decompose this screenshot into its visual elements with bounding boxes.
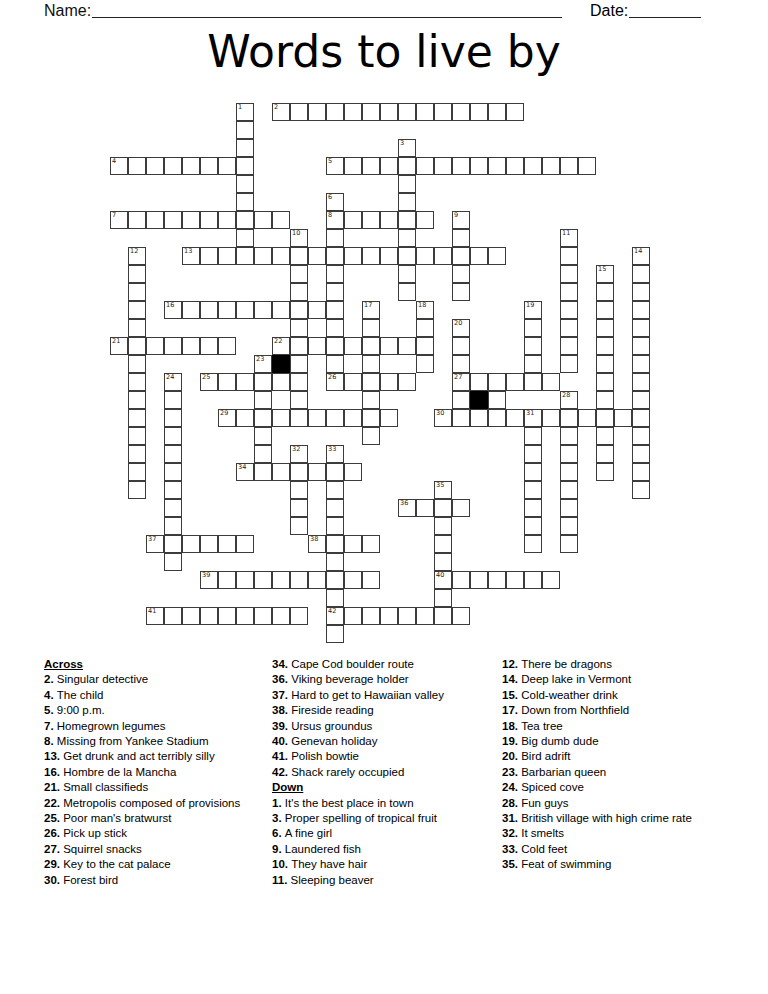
grid-cell[interactable] — [326, 265, 344, 283]
grid-cell[interactable] — [560, 337, 578, 355]
grid-cell[interactable] — [272, 301, 290, 319]
grid-cell[interactable] — [218, 373, 236, 391]
grid-cell[interactable] — [380, 157, 398, 175]
grid-cell[interactable] — [506, 571, 524, 589]
grid-cell[interactable] — [632, 463, 650, 481]
grid-cell[interactable] — [128, 481, 146, 499]
grid-cell[interactable] — [632, 427, 650, 445]
grid-cell[interactable]: 24 — [164, 373, 182, 391]
grid-cell[interactable] — [236, 139, 254, 157]
grid-cell[interactable] — [182, 157, 200, 175]
grid-cell[interactable] — [524, 319, 542, 337]
grid-cell[interactable]: 2 — [272, 103, 290, 121]
grid-cell[interactable] — [380, 409, 398, 427]
grid-cell[interactable]: 6 — [326, 193, 344, 211]
grid-cell[interactable]: 22 — [272, 337, 290, 355]
grid-cell[interactable] — [470, 247, 488, 265]
grid-cell[interactable] — [488, 247, 506, 265]
grid-cell[interactable] — [326, 409, 344, 427]
grid-cell[interactable] — [596, 319, 614, 337]
grid-cell[interactable] — [398, 265, 416, 283]
grid-cell[interactable] — [362, 391, 380, 409]
grid-cell[interactable] — [218, 301, 236, 319]
grid-cell[interactable] — [506, 373, 524, 391]
grid-cell[interactable] — [362, 211, 380, 229]
grid-cell[interactable] — [326, 535, 344, 553]
grid-cell[interactable] — [182, 301, 200, 319]
grid-cell[interactable]: 41 — [146, 607, 164, 625]
grid-cell[interactable] — [146, 337, 164, 355]
grid-cell[interactable] — [524, 355, 542, 373]
grid-cell[interactable] — [128, 409, 146, 427]
grid-cell[interactable] — [488, 157, 506, 175]
grid-cell[interactable] — [290, 517, 308, 535]
grid-cell[interactable] — [560, 481, 578, 499]
grid-cell[interactable] — [290, 337, 308, 355]
grid-cell[interactable] — [326, 625, 344, 643]
grid-cell[interactable] — [560, 427, 578, 445]
grid-cell[interactable] — [452, 337, 470, 355]
grid-cell[interactable] — [416, 499, 434, 517]
grid-cell[interactable] — [542, 409, 560, 427]
grid-cell[interactable] — [236, 229, 254, 247]
grid-cell[interactable] — [326, 103, 344, 121]
grid-cell[interactable] — [524, 499, 542, 517]
grid-cell[interactable] — [308, 247, 326, 265]
grid-cell[interactable] — [290, 265, 308, 283]
grid-cell[interactable] — [290, 607, 308, 625]
grid-cell[interactable] — [596, 337, 614, 355]
grid-cell[interactable] — [326, 553, 344, 571]
grid-cell[interactable] — [146, 211, 164, 229]
grid-cell[interactable] — [488, 391, 506, 409]
grid-cell[interactable] — [560, 283, 578, 301]
grid-cell[interactable] — [452, 355, 470, 373]
grid-cell[interactable] — [344, 211, 362, 229]
grid-cell[interactable] — [128, 391, 146, 409]
grid-cell[interactable] — [524, 157, 542, 175]
grid-cell[interactable] — [452, 499, 470, 517]
grid-cell[interactable] — [524, 427, 542, 445]
grid-cell[interactable] — [218, 247, 236, 265]
grid-cell[interactable] — [164, 553, 182, 571]
grid-cell[interactable] — [524, 517, 542, 535]
grid-cell[interactable] — [290, 499, 308, 517]
grid-cell[interactable] — [218, 535, 236, 553]
grid-cell[interactable] — [614, 409, 632, 427]
grid-cell[interactable] — [128, 211, 146, 229]
grid-cell[interactable] — [452, 283, 470, 301]
grid-cell[interactable] — [218, 211, 236, 229]
grid-cell[interactable]: 37 — [146, 535, 164, 553]
grid-cell[interactable] — [326, 589, 344, 607]
grid-cell[interactable] — [236, 211, 254, 229]
grid-cell[interactable] — [596, 373, 614, 391]
grid-cell[interactable]: 25 — [200, 373, 218, 391]
grid-cell[interactable] — [524, 481, 542, 499]
grid-cell[interactable] — [128, 427, 146, 445]
date-blank-line[interactable] — [629, 16, 701, 18]
crossword-grid[interactable]: 1234567891011121314151617181920212223242… — [110, 103, 650, 643]
grid-cell[interactable] — [164, 157, 182, 175]
grid-cell[interactable] — [182, 337, 200, 355]
grid-cell[interactable] — [200, 211, 218, 229]
grid-cell[interactable]: 18 — [416, 301, 434, 319]
grid-cell[interactable] — [560, 535, 578, 553]
grid-cell[interactable] — [596, 409, 614, 427]
grid-cell[interactable] — [308, 301, 326, 319]
grid-cell[interactable] — [164, 481, 182, 499]
grid-cell[interactable] — [200, 535, 218, 553]
grid-cell[interactable] — [164, 607, 182, 625]
name-blank-line[interactable] — [92, 16, 562, 18]
grid-cell[interactable] — [380, 211, 398, 229]
grid-cell[interactable] — [398, 373, 416, 391]
grid-cell[interactable] — [164, 535, 182, 553]
grid-cell[interactable] — [632, 391, 650, 409]
grid-cell[interactable] — [398, 157, 416, 175]
grid-cell[interactable] — [326, 301, 344, 319]
grid-cell[interactable]: 12 — [128, 247, 146, 265]
grid-cell[interactable]: 30 — [434, 409, 452, 427]
grid-cell[interactable] — [452, 157, 470, 175]
grid-cell[interactable] — [398, 337, 416, 355]
grid-cell[interactable] — [362, 571, 380, 589]
grid-cell[interactable] — [434, 157, 452, 175]
grid-cell[interactable] — [470, 373, 488, 391]
grid-cell[interactable] — [254, 571, 272, 589]
grid-cell[interactable] — [560, 463, 578, 481]
grid-cell[interactable]: 26 — [326, 373, 344, 391]
grid-cell[interactable] — [632, 355, 650, 373]
grid-cell[interactable]: 16 — [164, 301, 182, 319]
grid-cell[interactable] — [452, 103, 470, 121]
grid-cell[interactable] — [416, 337, 434, 355]
grid-cell[interactable]: 34 — [236, 463, 254, 481]
grid-cell[interactable] — [326, 229, 344, 247]
grid-cell[interactable] — [254, 607, 272, 625]
grid-cell[interactable] — [164, 499, 182, 517]
grid-cell[interactable] — [416, 103, 434, 121]
grid-cell[interactable] — [506, 157, 524, 175]
grid-cell[interactable] — [164, 517, 182, 535]
grid-cell[interactable]: 13 — [182, 247, 200, 265]
grid-cell[interactable] — [434, 553, 452, 571]
grid-cell[interactable] — [128, 445, 146, 463]
grid-cell[interactable]: 21 — [110, 337, 128, 355]
grid-cell[interactable]: 5 — [326, 157, 344, 175]
grid-cell[interactable] — [560, 445, 578, 463]
grid-cell[interactable] — [146, 157, 164, 175]
grid-cell[interactable] — [326, 517, 344, 535]
grid-cell[interactable] — [254, 301, 272, 319]
grid-cell[interactable] — [506, 409, 524, 427]
grid-cell[interactable] — [164, 391, 182, 409]
grid-cell[interactable] — [632, 301, 650, 319]
grid-cell[interactable] — [128, 337, 146, 355]
grid-cell[interactable] — [128, 283, 146, 301]
grid-cell[interactable] — [524, 373, 542, 391]
grid-cell[interactable] — [578, 157, 596, 175]
grid-cell[interactable] — [326, 247, 344, 265]
grid-cell[interactable] — [560, 265, 578, 283]
grid-cell[interactable]: 35 — [434, 481, 452, 499]
grid-cell[interactable] — [344, 337, 362, 355]
grid-cell[interactable] — [506, 103, 524, 121]
grid-cell[interactable]: 11 — [560, 229, 578, 247]
grid-cell[interactable] — [560, 247, 578, 265]
grid-cell[interactable] — [128, 373, 146, 391]
grid-cell[interactable]: 17 — [362, 301, 380, 319]
grid-cell[interactable]: 39 — [200, 571, 218, 589]
grid-cell[interactable] — [128, 355, 146, 373]
grid-cell[interactable] — [488, 571, 506, 589]
grid-cell[interactable] — [488, 103, 506, 121]
grid-cell[interactable] — [416, 319, 434, 337]
grid-cell[interactable] — [236, 157, 254, 175]
grid-cell[interactable]: 32 — [290, 445, 308, 463]
grid-cell[interactable] — [398, 211, 416, 229]
grid-cell[interactable] — [272, 373, 290, 391]
grid-cell[interactable]: 15 — [596, 265, 614, 283]
grid-cell[interactable] — [362, 103, 380, 121]
grid-cell[interactable]: 20 — [452, 319, 470, 337]
grid-cell[interactable] — [182, 535, 200, 553]
grid-cell[interactable] — [362, 427, 380, 445]
grid-cell[interactable] — [560, 355, 578, 373]
grid-cell[interactable] — [326, 283, 344, 301]
grid-cell[interactable] — [524, 445, 542, 463]
grid-cell[interactable] — [452, 391, 470, 409]
grid-cell[interactable] — [560, 301, 578, 319]
grid-cell[interactable] — [290, 391, 308, 409]
grid-cell[interactable] — [164, 427, 182, 445]
grid-cell[interactable] — [380, 607, 398, 625]
grid-cell[interactable]: 33 — [326, 445, 344, 463]
grid-cell[interactable] — [542, 373, 560, 391]
grid-cell[interactable] — [290, 463, 308, 481]
grid-cell[interactable] — [398, 229, 416, 247]
grid-cell[interactable] — [290, 481, 308, 499]
grid-cell[interactable]: 19 — [524, 301, 542, 319]
grid-cell[interactable] — [182, 607, 200, 625]
grid-cell[interactable] — [236, 607, 254, 625]
grid-cell[interactable] — [200, 157, 218, 175]
grid-cell[interactable] — [578, 409, 596, 427]
grid-cell[interactable] — [542, 571, 560, 589]
grid-cell[interactable] — [416, 355, 434, 373]
grid-cell[interactable]: 3 — [398, 139, 416, 157]
grid-cell[interactable] — [128, 301, 146, 319]
grid-cell[interactable] — [632, 319, 650, 337]
grid-cell[interactable] — [308, 463, 326, 481]
grid-cell[interactable] — [596, 391, 614, 409]
grid-cell[interactable] — [632, 409, 650, 427]
grid-cell[interactable] — [560, 157, 578, 175]
grid-cell[interactable] — [416, 607, 434, 625]
grid-cell[interactable] — [254, 247, 272, 265]
grid-cell[interactable] — [290, 283, 308, 301]
grid-cell[interactable] — [290, 301, 308, 319]
grid-cell[interactable]: 10 — [290, 229, 308, 247]
grid-cell[interactable]: 14 — [632, 247, 650, 265]
grid-cell[interactable] — [632, 445, 650, 463]
grid-cell[interactable] — [524, 337, 542, 355]
grid-cell[interactable] — [452, 265, 470, 283]
grid-cell[interactable] — [560, 319, 578, 337]
grid-cell[interactable] — [236, 373, 254, 391]
grid-cell[interactable] — [164, 445, 182, 463]
grid-cell[interactable] — [452, 247, 470, 265]
grid-cell[interactable] — [218, 157, 236, 175]
grid-cell[interactable] — [128, 319, 146, 337]
grid-cell[interactable] — [380, 103, 398, 121]
grid-cell[interactable]: 40 — [434, 571, 452, 589]
grid-cell[interactable] — [254, 427, 272, 445]
grid-cell[interactable] — [344, 607, 362, 625]
grid-cell[interactable]: 36 — [398, 499, 416, 517]
grid-cell[interactable] — [632, 337, 650, 355]
grid-cell[interactable] — [380, 337, 398, 355]
grid-cell[interactable]: 23 — [254, 355, 272, 373]
grid-cell[interactable] — [362, 337, 380, 355]
grid-cell[interactable] — [254, 409, 272, 427]
grid-cell[interactable] — [200, 337, 218, 355]
grid-cell[interactable] — [452, 229, 470, 247]
grid-cell[interactable] — [632, 265, 650, 283]
grid-cell[interactable] — [596, 427, 614, 445]
grid-cell[interactable] — [272, 571, 290, 589]
grid-cell[interactable] — [326, 337, 344, 355]
grid-cell[interactable]: 38 — [308, 535, 326, 553]
grid-cell[interactable] — [398, 175, 416, 193]
grid-cell[interactable] — [290, 247, 308, 265]
grid-cell[interactable] — [470, 409, 488, 427]
grid-cell[interactable] — [290, 409, 308, 427]
grid-cell[interactable] — [398, 247, 416, 265]
grid-cell[interactable] — [272, 409, 290, 427]
grid-cell[interactable]: 29 — [218, 409, 236, 427]
grid-cell[interactable] — [290, 571, 308, 589]
grid-cell[interactable] — [218, 337, 236, 355]
grid-cell[interactable] — [560, 499, 578, 517]
grid-cell[interactable] — [344, 103, 362, 121]
grid-cell[interactable] — [596, 445, 614, 463]
grid-cell[interactable]: 4 — [110, 157, 128, 175]
grid-cell[interactable] — [434, 103, 452, 121]
grid-cell[interactable] — [326, 355, 344, 373]
grid-cell[interactable] — [326, 319, 344, 337]
grid-cell[interactable] — [452, 607, 470, 625]
grid-cell[interactable] — [344, 409, 362, 427]
grid-cell[interactable] — [380, 373, 398, 391]
grid-cell[interactable] — [254, 463, 272, 481]
grid-cell[interactable] — [560, 409, 578, 427]
grid-cell[interactable]: 1 — [236, 103, 254, 121]
grid-cell[interactable] — [344, 463, 362, 481]
grid-cell[interactable]: 27 — [452, 373, 470, 391]
grid-cell[interactable] — [470, 103, 488, 121]
grid-cell[interactable] — [524, 535, 542, 553]
grid-cell[interactable] — [632, 373, 650, 391]
grid-cell[interactable] — [236, 301, 254, 319]
grid-cell[interactable]: 8 — [326, 211, 344, 229]
grid-cell[interactable] — [434, 589, 452, 607]
grid-cell[interactable]: 9 — [452, 211, 470, 229]
grid-cell[interactable] — [596, 463, 614, 481]
grid-cell[interactable] — [272, 463, 290, 481]
grid-cell[interactable] — [632, 283, 650, 301]
grid-cell[interactable] — [362, 157, 380, 175]
grid-cell[interactable] — [452, 409, 470, 427]
grid-cell[interactable] — [344, 535, 362, 553]
grid-cell[interactable] — [416, 211, 434, 229]
grid-cell[interactable] — [596, 355, 614, 373]
grid-cell[interactable] — [596, 301, 614, 319]
grid-cell[interactable] — [254, 211, 272, 229]
grid-cell[interactable] — [488, 409, 506, 427]
grid-cell[interactable] — [326, 499, 344, 517]
grid-cell[interactable] — [362, 409, 380, 427]
grid-cell[interactable] — [362, 247, 380, 265]
grid-cell[interactable]: 7 — [110, 211, 128, 229]
grid-cell[interactable] — [632, 481, 650, 499]
grid-cell[interactable] — [326, 481, 344, 499]
grid-cell[interactable] — [344, 247, 362, 265]
grid-cell[interactable] — [362, 319, 380, 337]
grid-cell[interactable] — [470, 571, 488, 589]
grid-cell[interactable] — [326, 571, 344, 589]
grid-cell[interactable] — [272, 607, 290, 625]
grid-cell[interactable] — [236, 247, 254, 265]
grid-cell[interactable] — [560, 517, 578, 535]
grid-cell[interactable] — [434, 607, 452, 625]
grid-cell[interactable] — [128, 463, 146, 481]
grid-cell[interactable] — [254, 373, 272, 391]
grid-cell[interactable] — [290, 319, 308, 337]
grid-cell[interactable] — [344, 571, 362, 589]
grid-cell[interactable] — [164, 211, 182, 229]
grid-cell[interactable] — [398, 283, 416, 301]
grid-cell[interactable] — [596, 283, 614, 301]
grid-cell[interactable] — [164, 337, 182, 355]
grid-cell[interactable] — [164, 463, 182, 481]
grid-cell[interactable] — [218, 607, 236, 625]
grid-cell[interactable] — [254, 391, 272, 409]
grid-cell[interactable] — [272, 211, 290, 229]
grid-cell[interactable] — [542, 157, 560, 175]
grid-cell[interactable] — [362, 373, 380, 391]
grid-cell[interactable] — [488, 373, 506, 391]
grid-cell[interactable] — [434, 535, 452, 553]
grid-cell[interactable] — [236, 175, 254, 193]
grid-cell[interactable] — [236, 121, 254, 139]
grid-cell[interactable] — [290, 103, 308, 121]
grid-cell[interactable] — [290, 355, 308, 373]
grid-cell[interactable]: 28 — [560, 391, 578, 409]
grid-cell[interactable] — [308, 571, 326, 589]
grid-cell[interactable] — [524, 571, 542, 589]
grid-cell[interactable] — [434, 499, 452, 517]
grid-cell[interactable] — [236, 571, 254, 589]
grid-cell[interactable] — [272, 247, 290, 265]
grid-cell[interactable] — [308, 337, 326, 355]
grid-cell[interactable] — [380, 247, 398, 265]
grid-cell[interactable] — [362, 535, 380, 553]
grid-cell[interactable] — [398, 103, 416, 121]
grid-cell[interactable] — [308, 103, 326, 121]
grid-cell[interactable] — [200, 607, 218, 625]
